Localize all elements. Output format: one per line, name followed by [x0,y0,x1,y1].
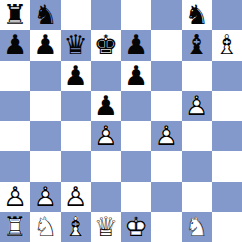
white-piece-outline-layer: ♗ [215,31,239,58]
white-piece-outline-layer: ♗ [64,213,88,240]
square-h4[interactable] [212,121,242,151]
square-f6[interactable] [151,61,181,91]
chess-board: ♜♞♞♟♟♛♚♟♝♝♗♟♟♟♟♙♟♙♟♙♟♙♟♙♟♙♜♖♞♘♝♗♛♕♚♔♞♘ [0,0,242,242]
square-f7[interactable] [151,30,181,60]
square-b4[interactable] [30,121,60,151]
piece-white-bishop: ♝♗ [61,212,91,242]
square-a5[interactable] [0,91,30,121]
piece-white-pawn: ♟♙ [0,182,30,212]
white-piece-outline-layer: ♙ [33,183,57,210]
piece-white-queen: ♛♕ [91,212,121,242]
square-b7[interactable]: ♟ [30,30,60,60]
piece-black-bishop: ♝ [182,30,212,60]
piece-black-pawn: ♟ [91,91,121,121]
piece-white-bishop: ♝♗ [212,30,242,60]
square-a8[interactable]: ♜ [0,0,30,30]
square-g5[interactable]: ♟♙ [182,91,212,121]
square-h3[interactable] [212,151,242,181]
black-piece-glyph: ♟ [64,62,88,89]
square-b5[interactable] [30,91,60,121]
black-piece-glyph: ♞ [185,1,209,28]
black-piece-glyph: ♜ [3,1,27,28]
square-e5[interactable] [121,91,151,121]
square-c5[interactable] [61,91,91,121]
piece-white-knight: ♞♘ [30,212,60,242]
white-piece-outline-layer: ♕ [94,213,118,240]
white-piece-outline-layer: ♘ [185,213,209,240]
chess-board-container: ♜♞♞♟♟♛♚♟♝♝♗♟♟♟♟♙♟♙♟♙♟♙♟♙♟♙♜♖♞♘♝♗♛♕♚♔♞♘ [0,0,242,242]
piece-white-pawn: ♟♙ [30,182,60,212]
piece-white-pawn: ♟♙ [182,91,212,121]
square-h7[interactable]: ♝♗ [212,30,242,60]
black-piece-glyph: ♛ [64,31,88,58]
square-a7[interactable]: ♟ [0,30,30,60]
square-d2[interactable] [91,182,121,212]
square-d5[interactable]: ♟ [91,91,121,121]
square-f8[interactable] [151,0,181,30]
black-piece-glyph: ♝ [185,31,209,58]
square-g8[interactable]: ♞ [182,0,212,30]
white-piece-outline-layer: ♔ [124,213,148,240]
square-d7[interactable]: ♚ [91,30,121,60]
square-g3[interactable] [182,151,212,181]
square-c8[interactable] [61,0,91,30]
square-h6[interactable] [212,61,242,91]
square-f1[interactable] [151,212,181,242]
square-g7[interactable]: ♝ [182,30,212,60]
square-e6[interactable]: ♟ [121,61,151,91]
piece-white-king: ♚♔ [121,212,151,242]
piece-black-pawn: ♟ [121,30,151,60]
square-h1[interactable] [212,212,242,242]
black-piece-glyph: ♟ [124,31,148,58]
black-piece-glyph: ♟ [3,31,27,58]
square-f2[interactable] [151,182,181,212]
square-e3[interactable] [121,151,151,181]
piece-black-knight: ♞ [30,0,60,30]
white-piece-outline-layer: ♖ [3,213,27,240]
piece-white-pawn: ♟♙ [151,121,181,151]
square-d1[interactable]: ♛♕ [91,212,121,242]
black-piece-glyph: ♟ [94,92,118,119]
square-d8[interactable] [91,0,121,30]
square-a4[interactable] [0,121,30,151]
white-piece-outline-layer: ♙ [154,122,178,149]
square-c4[interactable] [61,121,91,151]
black-piece-glyph: ♚ [94,31,118,58]
piece-black-queen: ♛ [61,30,91,60]
square-c7[interactable]: ♛ [61,30,91,60]
square-g2[interactable] [182,182,212,212]
square-h8[interactable] [212,0,242,30]
square-g1[interactable]: ♞♘ [182,212,212,242]
square-h5[interactable] [212,91,242,121]
piece-black-knight: ♞ [182,0,212,30]
square-a1[interactable]: ♜♖ [0,212,30,242]
square-b6[interactable] [30,61,60,91]
piece-black-pawn: ♟ [121,61,151,91]
piece-white-pawn: ♟♙ [61,182,91,212]
square-e1[interactable]: ♚♔ [121,212,151,242]
square-d4[interactable]: ♟♙ [91,121,121,151]
piece-black-pawn: ♟ [0,30,30,60]
white-piece-outline-layer: ♙ [185,92,209,119]
white-piece-outline-layer: ♙ [94,122,118,149]
square-g6[interactable] [182,61,212,91]
square-c3[interactable] [61,151,91,181]
square-c6[interactable]: ♟ [61,61,91,91]
white-piece-outline-layer: ♙ [3,183,27,210]
square-a6[interactable] [0,61,30,91]
square-b2[interactable]: ♟♙ [30,182,60,212]
square-h2[interactable] [212,182,242,212]
square-b1[interactable]: ♞♘ [30,212,60,242]
square-e4[interactable] [121,121,151,151]
square-f4[interactable]: ♟♙ [151,121,181,151]
piece-white-knight: ♞♘ [182,212,212,242]
piece-black-rook: ♜ [0,0,30,30]
piece-black-pawn: ♟ [30,30,60,60]
piece-black-pawn: ♟ [61,61,91,91]
square-c2[interactable]: ♟♙ [61,182,91,212]
piece-white-rook: ♜♖ [0,212,30,242]
square-d3[interactable] [91,151,121,181]
square-g4[interactable] [182,121,212,151]
white-piece-outline-layer: ♘ [33,213,57,240]
square-c1[interactable]: ♝♗ [61,212,91,242]
square-f5[interactable] [151,91,181,121]
black-piece-glyph: ♟ [33,31,57,58]
square-e2[interactable] [121,182,151,212]
square-d6[interactable] [91,61,121,91]
square-b8[interactable]: ♞ [30,0,60,30]
square-e7[interactable]: ♟ [121,30,151,60]
piece-white-pawn: ♟♙ [91,121,121,151]
square-a3[interactable] [0,151,30,181]
square-e8[interactable] [121,0,151,30]
black-piece-glyph: ♟ [124,62,148,89]
black-piece-glyph: ♞ [33,1,57,28]
square-f3[interactable] [151,151,181,181]
square-a2[interactable]: ♟♙ [0,182,30,212]
white-piece-outline-layer: ♙ [64,183,88,210]
piece-black-king: ♚ [91,30,121,60]
square-b3[interactable] [30,151,60,181]
